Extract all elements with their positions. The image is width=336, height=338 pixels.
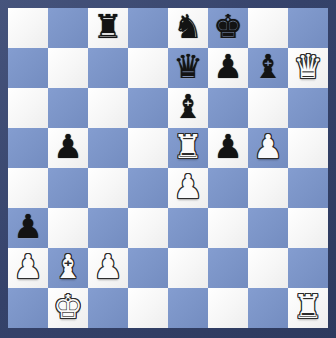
square-d4[interactable]	[128, 168, 168, 208]
square-f5[interactable]: ♟	[208, 128, 248, 168]
square-h2[interactable]	[288, 248, 328, 288]
black-bishop[interactable]: ♝	[253, 47, 283, 87]
square-h3[interactable]	[288, 208, 328, 248]
square-h8[interactable]	[288, 8, 328, 48]
square-b5[interactable]: ♟	[48, 128, 88, 168]
square-c5[interactable]	[88, 128, 128, 168]
square-c1[interactable]	[88, 288, 128, 328]
square-h7[interactable]: ♛	[288, 48, 328, 88]
board-border: ♜♞♚♛♟♝♛♝♟♜♟♟♟♟♟♝♟♚♜	[0, 0, 336, 338]
square-a1[interactable]	[8, 288, 48, 328]
white-rook[interactable]: ♜	[173, 127, 203, 167]
square-a5[interactable]	[8, 128, 48, 168]
square-f1[interactable]	[208, 288, 248, 328]
square-e5[interactable]: ♜	[168, 128, 208, 168]
square-g3[interactable]	[248, 208, 288, 248]
white-pawn[interactable]: ♟	[93, 247, 123, 287]
square-c6[interactable]	[88, 88, 128, 128]
square-g8[interactable]	[248, 8, 288, 48]
square-b1[interactable]: ♚	[48, 288, 88, 328]
square-c7[interactable]	[88, 48, 128, 88]
square-g1[interactable]	[248, 288, 288, 328]
white-bishop[interactable]: ♝	[53, 247, 83, 287]
square-b4[interactable]	[48, 168, 88, 208]
square-b8[interactable]	[48, 8, 88, 48]
square-h5[interactable]	[288, 128, 328, 168]
white-king[interactable]: ♚	[53, 287, 83, 327]
square-h4[interactable]	[288, 168, 328, 208]
square-c8[interactable]: ♜	[88, 8, 128, 48]
square-b2[interactable]: ♝	[48, 248, 88, 288]
square-h6[interactable]	[288, 88, 328, 128]
chess-diagram: ♜♞♚♛♟♝♛♝♟♜♟♟♟♟♟♝♟♚♜	[0, 0, 336, 338]
black-queen[interactable]: ♛	[173, 47, 203, 87]
square-c3[interactable]	[88, 208, 128, 248]
square-f6[interactable]	[208, 88, 248, 128]
square-e1[interactable]	[168, 288, 208, 328]
square-c4[interactable]	[88, 168, 128, 208]
white-rook[interactable]: ♜	[293, 287, 323, 327]
square-e6[interactable]: ♝	[168, 88, 208, 128]
square-f8[interactable]: ♚	[208, 8, 248, 48]
square-a6[interactable]	[8, 88, 48, 128]
black-pawn[interactable]: ♟	[53, 127, 83, 167]
square-c2[interactable]: ♟	[88, 248, 128, 288]
black-rook[interactable]: ♜	[93, 7, 123, 47]
square-e7[interactable]: ♛	[168, 48, 208, 88]
square-d3[interactable]	[128, 208, 168, 248]
square-d6[interactable]	[128, 88, 168, 128]
square-e3[interactable]	[168, 208, 208, 248]
square-b7[interactable]	[48, 48, 88, 88]
square-b3[interactable]	[48, 208, 88, 248]
square-g4[interactable]	[248, 168, 288, 208]
square-a2[interactable]: ♟	[8, 248, 48, 288]
square-b6[interactable]	[48, 88, 88, 128]
square-d1[interactable]	[128, 288, 168, 328]
white-pawn[interactable]: ♟	[173, 167, 203, 207]
square-f7[interactable]: ♟	[208, 48, 248, 88]
black-pawn[interactable]: ♟	[13, 207, 43, 247]
white-queen[interactable]: ♛	[293, 47, 323, 87]
square-a4[interactable]	[8, 168, 48, 208]
black-bishop[interactable]: ♝	[173, 87, 203, 127]
square-a7[interactable]	[8, 48, 48, 88]
square-d8[interactable]	[128, 8, 168, 48]
square-g2[interactable]	[248, 248, 288, 288]
square-g6[interactable]	[248, 88, 288, 128]
square-e8[interactable]: ♞	[168, 8, 208, 48]
black-pawn[interactable]: ♟	[213, 47, 243, 87]
square-g7[interactable]: ♝	[248, 48, 288, 88]
square-d7[interactable]	[128, 48, 168, 88]
square-f3[interactable]	[208, 208, 248, 248]
square-e2[interactable]	[168, 248, 208, 288]
black-pawn[interactable]: ♟	[213, 127, 243, 167]
square-d5[interactable]	[128, 128, 168, 168]
square-h1[interactable]: ♜	[288, 288, 328, 328]
square-d2[interactable]	[128, 248, 168, 288]
square-g5[interactable]: ♟	[248, 128, 288, 168]
black-king[interactable]: ♚	[213, 7, 243, 47]
chess-board: ♜♞♚♛♟♝♛♝♟♜♟♟♟♟♟♝♟♚♜	[8, 8, 328, 328]
square-f2[interactable]	[208, 248, 248, 288]
square-e4[interactable]: ♟	[168, 168, 208, 208]
square-a8[interactable]	[8, 8, 48, 48]
white-pawn[interactable]: ♟	[253, 127, 283, 167]
black-knight[interactable]: ♞	[173, 7, 203, 47]
square-f4[interactable]	[208, 168, 248, 208]
square-a3[interactable]: ♟	[8, 208, 48, 248]
white-pawn[interactable]: ♟	[13, 247, 43, 287]
